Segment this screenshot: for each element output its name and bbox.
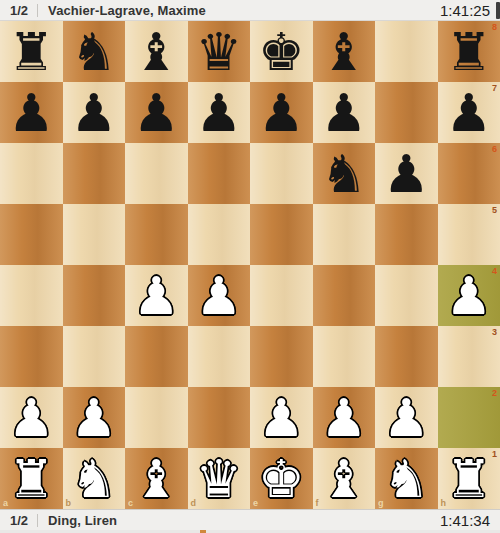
rank-label-3: 3 xyxy=(492,327,497,337)
piece-black-pawn[interactable]: ♟ xyxy=(133,83,180,143)
bottom-player-name: Ding, Liren xyxy=(48,513,117,528)
square-a6[interactable] xyxy=(0,143,63,204)
piece-white-king[interactable]: ♚ xyxy=(258,449,305,509)
square-h3[interactable]: 3 xyxy=(438,326,500,387)
rank-label-8: 8 xyxy=(492,22,497,32)
square-g3[interactable] xyxy=(375,326,438,387)
square-g5[interactable] xyxy=(375,204,438,265)
square-c4[interactable]: ♟ xyxy=(125,265,188,326)
rank-label-4: 4 xyxy=(492,266,497,276)
file-label-d: d xyxy=(191,498,197,508)
square-d2[interactable] xyxy=(188,387,251,448)
square-h8[interactable]: 8♜ xyxy=(438,21,500,82)
bottom-player-bar: 1/2 Ding, Liren 1:41:34 xyxy=(0,509,500,530)
piece-black-pawn[interactable]: ♟ xyxy=(258,83,305,143)
piece-white-pawn[interactable]: ♟ xyxy=(195,266,242,326)
file-label-h: h xyxy=(441,498,447,508)
piece-black-pawn[interactable]: ♟ xyxy=(70,83,117,143)
score-divider xyxy=(37,4,38,17)
square-d3[interactable] xyxy=(188,326,251,387)
square-c7[interactable]: ♟ xyxy=(125,82,188,143)
chess-game-window: 1/2 Vachier-Lagrave, Maxime 1:41:25 ♜♞♝♛… xyxy=(0,0,500,533)
square-h5[interactable]: 5 xyxy=(438,204,500,265)
piece-white-queen[interactable]: ♛ xyxy=(195,449,242,509)
square-e8[interactable]: ♚ xyxy=(250,21,313,82)
file-label-c: c xyxy=(128,498,133,508)
file-label-f: f xyxy=(316,498,319,508)
piece-white-rook[interactable]: ♜ xyxy=(8,449,55,509)
square-h2[interactable]: 2 xyxy=(438,387,500,448)
rank-label-5: 5 xyxy=(492,205,497,215)
top-player-name: Vachier-Lagrave, Maxime xyxy=(48,3,206,18)
rank-label-6: 6 xyxy=(492,144,497,154)
piece-black-queen[interactable]: ♛ xyxy=(195,22,242,82)
piece-white-pawn[interactable]: ♟ xyxy=(383,388,430,448)
piece-white-bishop[interactable]: ♝ xyxy=(133,449,180,509)
square-b8[interactable]: ♞ xyxy=(63,21,126,82)
square-g8[interactable] xyxy=(375,21,438,82)
piece-black-knight[interactable]: ♞ xyxy=(320,144,367,204)
bottom-player-score: 1/2 xyxy=(6,513,37,528)
piece-black-pawn[interactable]: ♟ xyxy=(383,144,430,204)
square-h4[interactable]: 4♟ xyxy=(438,265,500,326)
rank-label-2: 2 xyxy=(492,388,497,398)
square-g4[interactable] xyxy=(375,265,438,326)
chess-board[interactable]: ♜♞♝♛♚♝8♜♟♟♟♟♟♟7♟♞♟65♟♟4♟3♟♟♟♟♟2a♜b♞c♝d♛e… xyxy=(0,21,500,509)
square-f6[interactable]: ♞ xyxy=(313,143,376,204)
square-d1[interactable]: d♛ xyxy=(188,448,251,509)
square-b5[interactable] xyxy=(63,204,126,265)
square-f4[interactable] xyxy=(313,265,376,326)
square-a3[interactable] xyxy=(0,326,63,387)
square-d6[interactable] xyxy=(188,143,251,204)
square-g6[interactable]: ♟ xyxy=(375,143,438,204)
square-h6[interactable]: 6 xyxy=(438,143,500,204)
piece-black-pawn[interactable]: ♟ xyxy=(8,83,55,143)
piece-white-pawn[interactable]: ♟ xyxy=(8,388,55,448)
top-player-bar: 1/2 Vachier-Lagrave, Maxime 1:41:25 xyxy=(0,0,500,21)
square-a2[interactable]: ♟ xyxy=(0,387,63,448)
file-label-b: b xyxy=(66,498,72,508)
square-c2[interactable] xyxy=(125,387,188,448)
piece-black-pawn[interactable]: ♟ xyxy=(320,83,367,143)
piece-black-knight[interactable]: ♞ xyxy=(70,22,117,82)
square-h7[interactable]: 7♟ xyxy=(438,82,500,143)
square-e6[interactable] xyxy=(250,143,313,204)
piece-white-pawn[interactable]: ♟ xyxy=(133,266,180,326)
piece-white-bishop[interactable]: ♝ xyxy=(320,449,367,509)
square-c8[interactable]: ♝ xyxy=(125,21,188,82)
square-a8[interactable]: ♜ xyxy=(0,21,63,82)
square-f7[interactable]: ♟ xyxy=(313,82,376,143)
square-f5[interactable] xyxy=(313,204,376,265)
piece-white-pawn[interactable]: ♟ xyxy=(70,388,117,448)
square-a4[interactable] xyxy=(0,265,63,326)
piece-black-pawn[interactable]: ♟ xyxy=(195,83,242,143)
square-h1[interactable]: 1h♜ xyxy=(438,448,500,509)
square-c3[interactable] xyxy=(125,326,188,387)
square-d4[interactable]: ♟ xyxy=(188,265,251,326)
square-d5[interactable] xyxy=(188,204,251,265)
square-c1[interactable]: c♝ xyxy=(125,448,188,509)
score-divider xyxy=(37,514,38,527)
scrollbar-thumb[interactable] xyxy=(496,2,500,19)
square-e2[interactable]: ♟ xyxy=(250,387,313,448)
square-d8[interactable]: ♛ xyxy=(188,21,251,82)
piece-black-rook[interactable]: ♜ xyxy=(8,22,55,82)
square-b3[interactable] xyxy=(63,326,126,387)
square-d7[interactable]: ♟ xyxy=(188,82,251,143)
square-e3[interactable] xyxy=(250,326,313,387)
square-b4[interactable] xyxy=(63,265,126,326)
square-f1[interactable]: f♝ xyxy=(313,448,376,509)
top-player-score: 1/2 xyxy=(6,3,37,18)
square-b1[interactable]: b♞ xyxy=(63,448,126,509)
piece-white-knight[interactable]: ♞ xyxy=(70,449,117,509)
square-c6[interactable] xyxy=(125,143,188,204)
square-b7[interactable]: ♟ xyxy=(63,82,126,143)
square-f3[interactable] xyxy=(313,326,376,387)
square-b6[interactable] xyxy=(63,143,126,204)
square-e4[interactable] xyxy=(250,265,313,326)
square-f8[interactable]: ♝ xyxy=(313,21,376,82)
bottom-player-clock: 1:41:34 xyxy=(440,512,494,529)
file-label-g: g xyxy=(378,498,384,508)
piece-white-pawn[interactable]: ♟ xyxy=(445,266,492,326)
rank-label-7: 7 xyxy=(492,83,497,93)
file-label-e: e xyxy=(253,498,258,508)
rank-label-1: 1 xyxy=(492,449,497,459)
square-e1[interactable]: e♚ xyxy=(250,448,313,509)
square-g7[interactable] xyxy=(375,82,438,143)
square-b2[interactable]: ♟ xyxy=(63,387,126,448)
square-g1[interactable]: g♞ xyxy=(375,448,438,509)
square-a7[interactable]: ♟ xyxy=(0,82,63,143)
piece-white-rook[interactable]: ♜ xyxy=(445,449,492,509)
piece-white-pawn[interactable]: ♟ xyxy=(258,388,305,448)
piece-black-bishop[interactable]: ♝ xyxy=(320,22,367,82)
top-player-clock: 1:41:25 xyxy=(440,2,494,19)
square-e5[interactable] xyxy=(250,204,313,265)
square-a1[interactable]: a♜ xyxy=(0,448,63,509)
piece-black-pawn[interactable]: ♟ xyxy=(445,83,492,143)
piece-black-king[interactable]: ♚ xyxy=(258,22,305,82)
piece-black-rook[interactable]: ♜ xyxy=(445,22,492,82)
piece-white-pawn[interactable]: ♟ xyxy=(320,388,367,448)
piece-black-bishop[interactable]: ♝ xyxy=(133,22,180,82)
file-label-a: a xyxy=(3,498,8,508)
piece-white-knight[interactable]: ♞ xyxy=(383,449,430,509)
square-e7[interactable]: ♟ xyxy=(250,82,313,143)
square-a5[interactable] xyxy=(0,204,63,265)
square-c5[interactable] xyxy=(125,204,188,265)
square-g2[interactable]: ♟ xyxy=(375,387,438,448)
square-f2[interactable]: ♟ xyxy=(313,387,376,448)
